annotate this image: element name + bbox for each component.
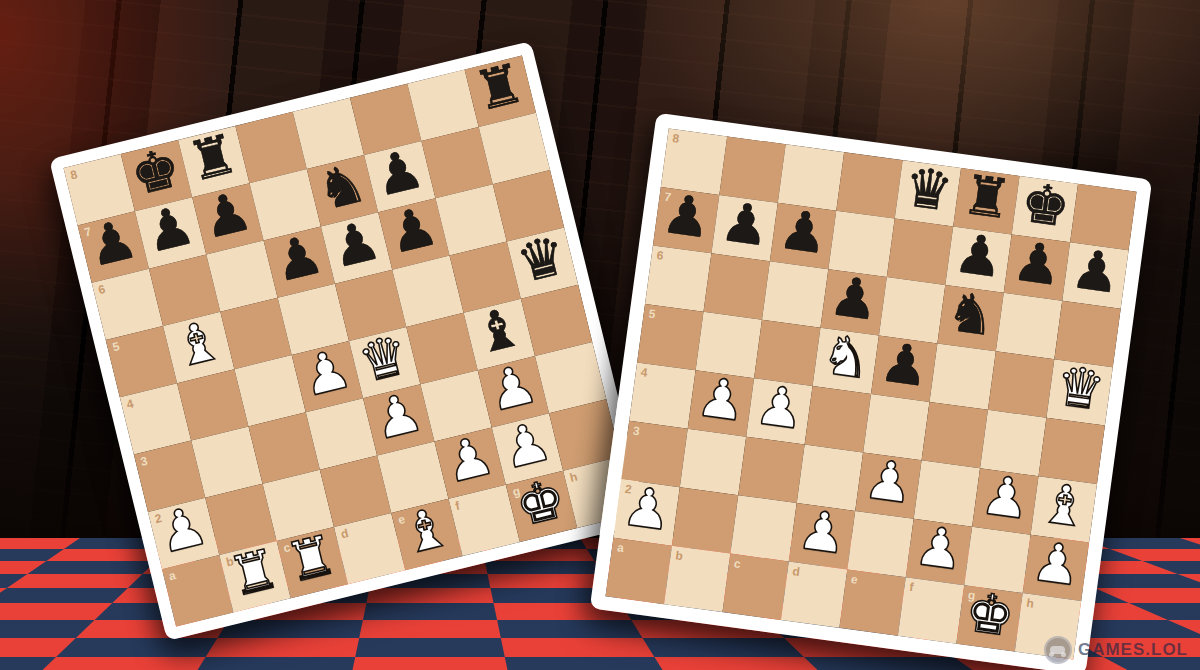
watermark-text: GAMES.LOL (1078, 640, 1188, 660)
square-f2[interactable]: ♟ (906, 519, 972, 585)
square-a5[interactable]: 5 (637, 304, 703, 370)
rank-label-4: 4 (125, 397, 134, 410)
square-g5[interactable] (988, 351, 1054, 417)
square-e1[interactable]: e (839, 569, 905, 635)
black-pawn-b7[interactable]: ♟ (712, 191, 778, 257)
rank-label-5: 5 (111, 340, 120, 353)
square-e8[interactable]: ♛ (895, 160, 961, 226)
rank-label-4: 4 (640, 366, 648, 379)
black-knight-f6[interactable]: ♞ (938, 281, 1004, 347)
rank-label-8: 8 (672, 132, 680, 145)
black-queen-h5[interactable]: ♛ (506, 224, 577, 295)
square-c6[interactable] (762, 261, 828, 327)
square-c1[interactable]: c (722, 554, 788, 620)
square-h2[interactable]: ♟ (1023, 535, 1089, 601)
white-bishop-h3[interactable]: ♝ (1031, 472, 1097, 538)
square-g7[interactable]: ♟ (1004, 234, 1070, 300)
black-rook-h8[interactable]: ♜ (464, 52, 535, 123)
file-label-a: a (616, 541, 624, 554)
controller-shape (1050, 646, 1065, 654)
file-label-f: f (909, 581, 915, 593)
square-b6[interactable] (704, 253, 770, 319)
black-king-g8[interactable]: ♚ (1012, 172, 1078, 238)
white-pawn-b4[interactable]: ♟ (688, 366, 754, 432)
square-e5[interactable]: ♟ (871, 336, 937, 402)
white-pawn-e3[interactable]: ♟ (856, 449, 922, 515)
game-controller-icon (1044, 636, 1072, 664)
square-b2[interactable] (672, 487, 738, 553)
black-pawn-e5[interactable]: ♟ (872, 332, 938, 398)
file-label-h: h (1026, 597, 1035, 610)
white-pawn-f2[interactable]: ♟ (906, 515, 972, 581)
file-label-d: d (792, 565, 801, 578)
square-h5[interactable]: ♛ (1046, 359, 1112, 425)
square-b4[interactable]: ♟ (688, 370, 754, 436)
square-f5[interactable] (929, 343, 995, 409)
games-lol-watermark: GAMES.LOL (1044, 636, 1188, 664)
rank-label-6: 6 (97, 283, 106, 296)
rank-label-5: 5 (648, 308, 656, 321)
square-f4[interactable] (922, 402, 988, 468)
rank-label-8: 8 (69, 168, 78, 181)
square-e2[interactable] (847, 511, 913, 577)
file-label-e: e (850, 573, 858, 586)
white-pawn-c4[interactable]: ♟ (747, 374, 813, 440)
white-knight-d5[interactable]: ♞ (813, 324, 879, 390)
square-a4[interactable]: 4 (629, 362, 695, 428)
square-b7[interactable]: ♟ (711, 195, 777, 261)
square-f6[interactable]: ♞ (937, 285, 1003, 351)
white-pawn-a2[interactable]: ♟ (614, 475, 680, 541)
file-label-f: f (454, 500, 461, 513)
square-g3[interactable]: ♟ (972, 468, 1038, 534)
square-h7[interactable]: ♟ (1062, 242, 1128, 308)
black-pawn-d6[interactable]: ♟ (821, 265, 887, 331)
square-c3[interactable] (738, 437, 804, 503)
rank-label-3: 3 (139, 455, 148, 468)
black-pawn-c7[interactable]: ♟ (770, 199, 836, 265)
square-a7[interactable]: 7♟ (653, 187, 719, 253)
black-pawn-h7[interactable]: ♟ (1063, 238, 1129, 304)
square-d2[interactable]: ♟ (789, 503, 855, 569)
square-f1[interactable]: f (898, 577, 964, 643)
square-d1[interactable]: d (781, 561, 847, 627)
square-a1[interactable]: a (606, 538, 672, 604)
square-e7[interactable] (887, 219, 953, 285)
square-d4[interactable] (805, 386, 871, 452)
black-rook-f8[interactable]: ♜ (954, 164, 1020, 230)
square-g6[interactable] (996, 293, 1062, 359)
white-pawn-g3[interactable]: ♟ (973, 464, 1039, 530)
white-pawn-h2[interactable]: ♟ (1023, 531, 1089, 597)
file-label-b: b (675, 549, 684, 562)
square-d5[interactable]: ♞ (813, 328, 879, 394)
file-label-c: c (733, 557, 741, 570)
white-queen-h5[interactable]: ♛ (1047, 355, 1113, 421)
square-d8[interactable] (836, 152, 902, 218)
square-c2[interactable] (730, 495, 796, 561)
black-pawn-a7[interactable]: ♟ (653, 183, 719, 249)
white-pawn-d2[interactable]: ♟ (789, 499, 855, 565)
black-queen-e8[interactable]: ♛ (895, 156, 961, 222)
rank-label-6: 6 (656, 249, 664, 262)
black-pawn-g7[interactable]: ♟ (1004, 230, 1070, 296)
square-e3[interactable]: ♟ (855, 452, 921, 518)
black-pawn-f7[interactable]: ♟ (946, 223, 1012, 289)
square-g1[interactable]: g♚ (956, 585, 1022, 651)
file-label-h: h (569, 471, 579, 484)
file-label-a: a (168, 569, 177, 582)
rank-label-3: 3 (632, 424, 640, 437)
square-b3[interactable] (680, 429, 746, 495)
square-a2[interactable]: 2♟ (613, 479, 679, 545)
square-c4[interactable]: ♟ (746, 378, 812, 444)
square-a6[interactable]: 6 (645, 245, 711, 311)
square-c7[interactable]: ♟ (770, 203, 836, 269)
file-label-d: d (339, 527, 349, 540)
white-king-g1[interactable]: ♚ (957, 581, 1023, 647)
square-b1[interactable]: b (664, 546, 730, 612)
chess-board-right: 8♛♜♚7♟♟♟♟♟♟6♟♞5♞♟♛4♟♟3♟♟♝2♟♟♟♟abcdefg♚h (590, 113, 1152, 670)
